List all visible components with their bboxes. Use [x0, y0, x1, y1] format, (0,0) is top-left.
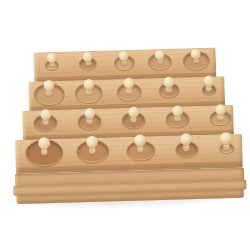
cylinder-knob[interactable] [203, 75, 214, 86]
cylinder-blocks-photo [0, 0, 250, 250]
cylinder-knob[interactable] [220, 132, 232, 144]
